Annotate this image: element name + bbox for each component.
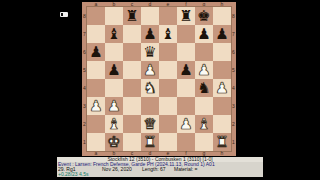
- black-rook-f8: ♜: [177, 7, 195, 25]
- square-c7: [123, 25, 141, 43]
- square-c4: [123, 79, 141, 97]
- square-d7: ♟: [141, 25, 159, 43]
- square-g4: ♞: [195, 79, 213, 97]
- square-a5: [87, 61, 105, 79]
- square-d1: ♜: [141, 133, 159, 151]
- square-h4: ♟: [213, 79, 231, 97]
- square-b1: ♚: [105, 133, 123, 151]
- square-e4: [159, 79, 177, 97]
- square-a1: [87, 133, 105, 151]
- square-g1: [195, 133, 213, 151]
- engine-eval: +0.28/23 4.5s: [57, 172, 263, 177]
- material-balance: Material: =: [174, 167, 197, 172]
- square-a6: ♟: [87, 43, 105, 61]
- white-bishop-g2: ♝: [195, 115, 213, 133]
- square-f5: ♟: [177, 61, 195, 79]
- square-h3: [213, 97, 231, 115]
- black-pawn-d7: ♟: [141, 25, 159, 43]
- square-c6: [123, 43, 141, 61]
- white-pawn-h4: ♟: [213, 79, 231, 97]
- square-b8: [105, 7, 123, 25]
- square-a2: [87, 115, 105, 133]
- game-length: Length: 67: [142, 167, 166, 172]
- square-b4: [105, 79, 123, 97]
- square-e2: [159, 115, 177, 133]
- square-b6: [105, 43, 123, 61]
- square-b5: ♟: [105, 61, 123, 79]
- square-f1: [177, 133, 195, 151]
- black-knight-g4: ♞: [195, 79, 213, 97]
- white-pawn-d5: ♟: [141, 61, 159, 79]
- square-e7: ♝: [159, 25, 177, 43]
- square-d2: ♛: [141, 115, 159, 133]
- white-bishop-b2: ♝: [105, 115, 123, 133]
- square-d8: [141, 7, 159, 25]
- white-pawn-b3: ♟: [105, 97, 123, 115]
- square-g8: ♚: [195, 7, 213, 25]
- square-h5: [213, 61, 231, 79]
- black-king-g8: ♚: [195, 7, 213, 25]
- square-e3: [159, 97, 177, 115]
- square-d6: ♛: [141, 43, 159, 61]
- black-pawn-h7: ♟: [213, 25, 231, 43]
- square-f3: [177, 97, 195, 115]
- square-g3: [195, 97, 213, 115]
- black-pawn-b5: ♟: [105, 61, 123, 79]
- square-h2: [213, 115, 231, 133]
- square-f7: [177, 25, 195, 43]
- white-rook-h1: ♜: [213, 133, 231, 151]
- square-c1: [123, 133, 141, 151]
- move-stats-line: 29. Rg1 Nov 26, 2020 Length: 67 Material…: [57, 167, 263, 172]
- square-h7: ♟: [213, 25, 231, 43]
- black-rook-c8: ♜: [123, 7, 141, 25]
- square-e8: [159, 7, 177, 25]
- square-d5: ♟: [141, 61, 159, 79]
- square-c3: [123, 97, 141, 115]
- square-b3: ♟: [105, 97, 123, 115]
- white-king-b1: ♚: [105, 133, 123, 151]
- current-move: 29. Rg1: [58, 167, 76, 172]
- chess-board: ♜♜♚♝♟♝♟♟♟♛♟♟♟♟♞♞♟♟♟♝♛♟♝♚♜♜: [87, 7, 231, 151]
- black-bishop-b7: ♝: [105, 25, 123, 43]
- square-g6: [195, 43, 213, 61]
- chess-board-frame: abcdefgh 87654321 87654321 ♜♜♚♝♟♝♟♟♟♛♟♟♟…: [82, 2, 236, 156]
- square-e5: [159, 61, 177, 79]
- square-b7: ♝: [105, 25, 123, 43]
- black-pawn-f5: ♟: [177, 61, 195, 79]
- video-frame: abcdefgh 87654321 87654321 ♜♜♚♝♟♝♟♟♟♛♟♟♟…: [57, 0, 263, 180]
- square-c2: [123, 115, 141, 133]
- square-f6: [177, 43, 195, 61]
- square-a8: [87, 7, 105, 25]
- square-c5: [123, 61, 141, 79]
- square-f4: [177, 79, 195, 97]
- square-a7: [87, 25, 105, 43]
- game-info-panel: Stockfish 12 (3510) - Combusken 1 (3110)…: [57, 157, 263, 177]
- white-pawn-g5: ♟: [195, 61, 213, 79]
- square-b2: ♝: [105, 115, 123, 133]
- square-a3: ♟: [87, 97, 105, 115]
- square-d4: ♞: [141, 79, 159, 97]
- game-date: Nov 26, 2020: [102, 167, 132, 172]
- square-e1: [159, 133, 177, 151]
- white-queen-d2: ♛: [141, 115, 159, 133]
- white-pawn-a3: ♟: [87, 97, 105, 115]
- square-c8: ♜: [123, 7, 141, 25]
- square-g2: ♝: [195, 115, 213, 133]
- rank-labels-right: 87654321: [231, 7, 236, 151]
- square-a4: [87, 79, 105, 97]
- player-marker-icon: [60, 12, 68, 17]
- square-d3: [141, 97, 159, 115]
- white-rook-d1: ♜: [141, 133, 159, 151]
- black-queen-d6: ♛: [141, 43, 159, 61]
- player-marker-dot: [61, 13, 63, 16]
- square-g5: ♟: [195, 61, 213, 79]
- square-h6: [213, 43, 231, 61]
- black-pawn-g7: ♟: [195, 25, 213, 43]
- square-h1: ♜: [213, 133, 231, 151]
- square-h8: [213, 7, 231, 25]
- black-pawn-a6: ♟: [87, 43, 105, 61]
- square-f2: ♟: [177, 115, 195, 133]
- square-e6: [159, 43, 177, 61]
- square-g7: ♟: [195, 25, 213, 43]
- white-knight-d4: ♞: [141, 79, 159, 97]
- black-bishop-e7: ♝: [159, 25, 177, 43]
- square-f8: ♜: [177, 7, 195, 25]
- white-pawn-f2: ♟: [177, 115, 195, 133]
